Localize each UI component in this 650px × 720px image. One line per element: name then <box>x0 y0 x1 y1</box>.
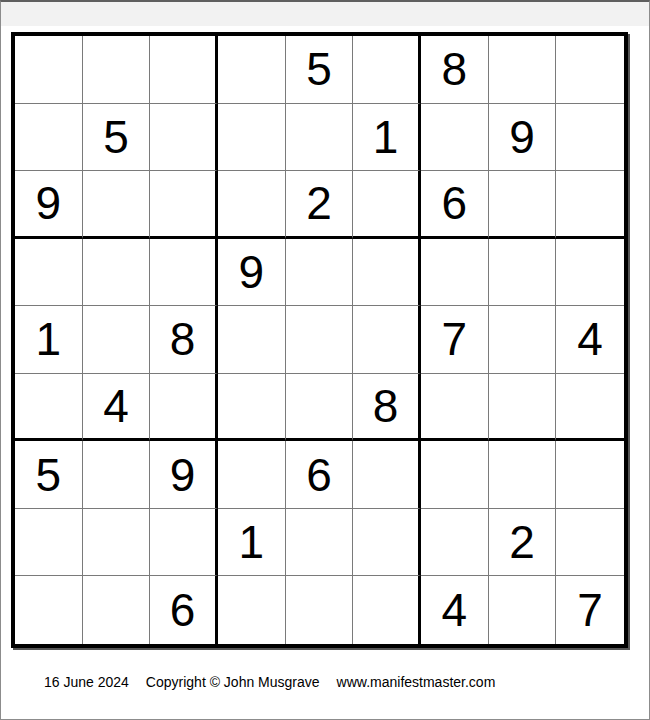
sudoku-cell-r4c8 <box>489 239 557 307</box>
sudoku-cell-r4c7 <box>421 239 489 307</box>
sudoku-cell-r7c9 <box>556 441 624 509</box>
sudoku-cell-r1c4 <box>218 36 286 104</box>
sudoku-cell-r7c1: 5 <box>15 441 83 509</box>
sudoku-cell-r1c3 <box>150 36 218 104</box>
sudoku-cell-r1c9 <box>556 36 624 104</box>
sudoku-cell-r3c8 <box>489 171 557 239</box>
sudoku-cell-r9c5 <box>286 576 354 644</box>
sudoku-page: 58519926918744859612647 16 June 2024 Cop… <box>0 0 650 720</box>
sudoku-cell-r3c9 <box>556 171 624 239</box>
sudoku-cell-r3c4 <box>218 171 286 239</box>
sudoku-cell-r5c2 <box>83 306 151 374</box>
sudoku-cell-r6c6: 8 <box>353 374 421 442</box>
sudoku-cell-r6c5 <box>286 374 354 442</box>
sudoku-cell-r7c2 <box>83 441 151 509</box>
sudoku-cell-r7c6 <box>353 441 421 509</box>
sudoku-cell-r2c6: 1 <box>353 104 421 172</box>
sudoku-cell-r4c3 <box>150 239 218 307</box>
sudoku-cell-r7c3: 9 <box>150 441 218 509</box>
sudoku-cell-r9c6 <box>353 576 421 644</box>
sudoku-cell-r3c3 <box>150 171 218 239</box>
sudoku-cell-r6c7 <box>421 374 489 442</box>
sudoku-cell-r2c1 <box>15 104 83 172</box>
sudoku-cell-r5c5 <box>286 306 354 374</box>
sudoku-cell-r9c8 <box>489 576 557 644</box>
sudoku-board: 58519926918744859612647 <box>11 32 628 648</box>
sudoku-cell-r3c5: 2 <box>286 171 354 239</box>
sudoku-cell-r1c1 <box>15 36 83 104</box>
sudoku-cell-r1c6 <box>353 36 421 104</box>
sudoku-cell-r6c4 <box>218 374 286 442</box>
sudoku-cell-r7c5: 6 <box>286 441 354 509</box>
sudoku-cell-r1c7: 8 <box>421 36 489 104</box>
sudoku-cell-r3c1: 9 <box>15 171 83 239</box>
sudoku-cell-r5c9: 4 <box>556 306 624 374</box>
sudoku-cell-r5c3: 8 <box>150 306 218 374</box>
sudoku-cell-r6c3 <box>150 374 218 442</box>
sudoku-cell-r2c4 <box>218 104 286 172</box>
sudoku-cell-r8c5 <box>286 509 354 577</box>
sudoku-cell-r8c7 <box>421 509 489 577</box>
sudoku-cell-r6c1 <box>15 374 83 442</box>
sudoku-cell-r2c7 <box>421 104 489 172</box>
sudoku-cell-r4c1 <box>15 239 83 307</box>
copyright-text: Copyright © John Musgrave <box>146 674 320 690</box>
sudoku-cell-r4c2 <box>83 239 151 307</box>
sudoku-cell-r9c3: 6 <box>150 576 218 644</box>
sudoku-cell-r2c3 <box>150 104 218 172</box>
website-url: www.manifestmaster.com <box>337 674 496 690</box>
sudoku-cell-r8c6 <box>353 509 421 577</box>
sudoku-cell-r8c8: 2 <box>489 509 557 577</box>
sudoku-cell-r5c4 <box>218 306 286 374</box>
sudoku-cell-r3c2 <box>83 171 151 239</box>
puzzle-date: 16 June 2024 <box>44 674 129 690</box>
sudoku-cell-r5c7: 7 <box>421 306 489 374</box>
sudoku-cell-r8c1 <box>15 509 83 577</box>
sudoku-cell-r2c8: 9 <box>489 104 557 172</box>
sudoku-cell-r4c6 <box>353 239 421 307</box>
sudoku-cell-r5c1: 1 <box>15 306 83 374</box>
sudoku-cell-r4c4: 9 <box>218 239 286 307</box>
footer: 16 June 2024 Copyright © John Musgrave w… <box>44 674 495 690</box>
sudoku-cell-r1c2 <box>83 36 151 104</box>
sudoku-cell-r7c4 <box>218 441 286 509</box>
sudoku-cell-r2c5 <box>286 104 354 172</box>
sudoku-cell-r7c8 <box>489 441 557 509</box>
sudoku-cell-r2c9 <box>556 104 624 172</box>
sudoku-cell-r5c6 <box>353 306 421 374</box>
sudoku-cell-r8c9 <box>556 509 624 577</box>
sudoku-cell-r9c4 <box>218 576 286 644</box>
sudoku-cell-r3c6 <box>353 171 421 239</box>
sudoku-cell-r2c2: 5 <box>83 104 151 172</box>
sudoku-cell-r6c9 <box>556 374 624 442</box>
sudoku-cell-r6c2: 4 <box>83 374 151 442</box>
sudoku-cell-r3c7: 6 <box>421 171 489 239</box>
sudoku-cell-r8c3 <box>150 509 218 577</box>
sudoku-cell-r9c9: 7 <box>556 576 624 644</box>
window-top-strip <box>1 2 649 26</box>
sudoku-cell-r4c5 <box>286 239 354 307</box>
sudoku-cell-r8c4: 1 <box>218 509 286 577</box>
sudoku-cell-r4c9 <box>556 239 624 307</box>
sudoku-cell-r9c2 <box>83 576 151 644</box>
sudoku-cell-r8c2 <box>83 509 151 577</box>
sudoku-cell-r9c7: 4 <box>421 576 489 644</box>
sudoku-cell-r9c1 <box>15 576 83 644</box>
sudoku-cell-r7c7 <box>421 441 489 509</box>
sudoku-cell-r1c5: 5 <box>286 36 354 104</box>
sudoku-cell-r1c8 <box>489 36 557 104</box>
sudoku-cell-r5c8 <box>489 306 557 374</box>
sudoku-cell-r6c8 <box>489 374 557 442</box>
